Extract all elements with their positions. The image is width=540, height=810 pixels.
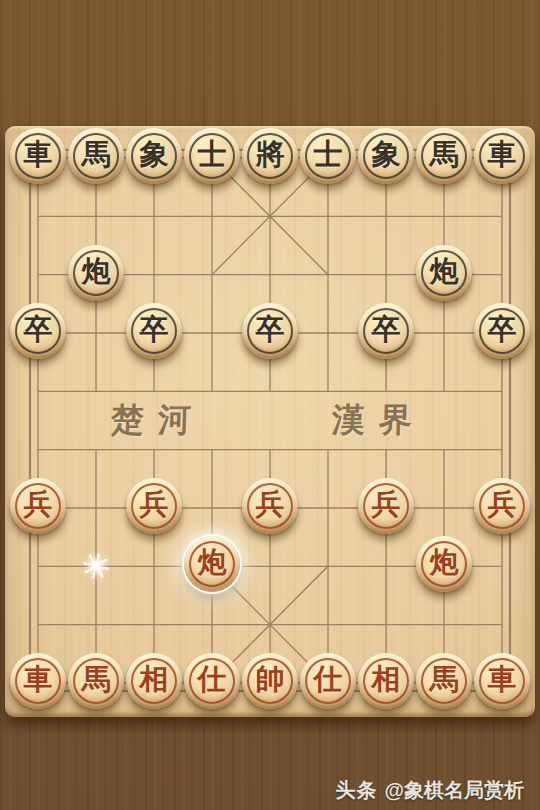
piece-glyph: 炮 xyxy=(416,245,472,299)
piece-glyph: 車 xyxy=(10,653,66,707)
piece-red-g1[interactable]: 相 xyxy=(358,653,414,709)
piece-red-i1[interactable]: 車 xyxy=(474,653,530,709)
piece-glyph: 兵 xyxy=(474,478,530,532)
board-grid xyxy=(5,126,535,717)
piece-glyph: 帥 xyxy=(242,653,298,707)
piece-glyph: 仕 xyxy=(300,653,356,707)
piece-glyph: 卒 xyxy=(358,303,414,357)
piece-black-b10[interactable]: 馬 xyxy=(68,128,124,184)
piece-black-g10[interactable]: 象 xyxy=(358,128,414,184)
piece-glyph: 馬 xyxy=(416,128,472,182)
piece-glyph: 兵 xyxy=(10,478,66,532)
piece-red-b1[interactable]: 馬 xyxy=(68,653,124,709)
piece-black-g7[interactable]: 卒 xyxy=(358,303,414,359)
piece-black-i7[interactable]: 卒 xyxy=(474,303,530,359)
piece-black-h10[interactable]: 馬 xyxy=(416,128,472,184)
piece-glyph: 車 xyxy=(474,653,530,707)
piece-glyph: 卒 xyxy=(10,303,66,357)
piece-red-e1[interactable]: 帥 xyxy=(242,653,298,709)
piece-red-i4[interactable]: 兵 xyxy=(474,478,530,534)
piece-red-d3[interactable]: 炮 xyxy=(184,536,240,592)
piece-black-h8[interactable]: 炮 xyxy=(416,245,472,301)
piece-red-d1[interactable]: 仕 xyxy=(184,653,240,709)
piece-red-h3[interactable]: 炮 xyxy=(416,536,472,592)
piece-red-h1[interactable]: 馬 xyxy=(416,653,472,709)
piece-red-a4[interactable]: 兵 xyxy=(10,478,66,534)
piece-glyph: 士 xyxy=(184,128,240,182)
piece-glyph: 卒 xyxy=(474,303,530,357)
piece-black-f10[interactable]: 士 xyxy=(300,128,356,184)
river-label-right: 漢界 xyxy=(331,398,453,442)
piece-red-f1[interactable]: 仕 xyxy=(300,653,356,709)
piece-glyph: 卒 xyxy=(242,303,298,357)
piece-red-a1[interactable]: 車 xyxy=(10,653,66,709)
piece-black-b8[interactable]: 炮 xyxy=(68,245,124,301)
piece-red-g4[interactable]: 兵 xyxy=(358,478,414,534)
piece-black-a10[interactable]: 車 xyxy=(10,128,66,184)
piece-glyph: 炮 xyxy=(416,536,472,590)
piece-glyph: 車 xyxy=(474,128,530,182)
app-background: 楚河 漢界 車馬象士將士象馬車炮炮卒卒卒卒卒兵兵兵兵兵炮炮車馬相仕帥仕相馬車 头… xyxy=(0,0,540,810)
piece-red-c4[interactable]: 兵 xyxy=(126,478,182,534)
watermark: 头条 @象棋名局赏析 xyxy=(335,777,524,803)
piece-black-c10[interactable]: 象 xyxy=(126,128,182,184)
watermark-handle: @象棋名局赏析 xyxy=(384,777,524,804)
piece-glyph: 士 xyxy=(300,128,356,182)
piece-black-e7[interactable]: 卒 xyxy=(242,303,298,359)
xiangqi-board[interactable]: 楚河 漢界 車馬象士將士象馬車炮炮卒卒卒卒卒兵兵兵兵兵炮炮車馬相仕帥仕相馬車 xyxy=(5,126,535,717)
piece-glyph: 象 xyxy=(126,128,182,182)
piece-glyph: 象 xyxy=(358,128,414,182)
piece-glyph: 兵 xyxy=(358,478,414,532)
piece-glyph: 相 xyxy=(126,653,182,707)
piece-glyph: 馬 xyxy=(68,128,124,182)
river-label-left: 楚河 xyxy=(110,398,232,442)
piece-glyph: 將 xyxy=(242,128,298,182)
piece-black-e10[interactable]: 將 xyxy=(242,128,298,184)
piece-red-e4[interactable]: 兵 xyxy=(242,478,298,534)
piece-glyph: 兵 xyxy=(126,478,182,532)
piece-red-c1[interactable]: 相 xyxy=(126,653,182,709)
piece-glyph: 炮 xyxy=(184,536,240,590)
piece-black-i10[interactable]: 車 xyxy=(474,128,530,184)
watermark-logo: 头条 xyxy=(335,777,377,804)
piece-glyph: 馬 xyxy=(68,653,124,707)
piece-glyph: 卒 xyxy=(126,303,182,357)
piece-glyph: 炮 xyxy=(68,245,124,299)
piece-black-d10[interactable]: 士 xyxy=(184,128,240,184)
piece-glyph: 車 xyxy=(10,128,66,182)
piece-glyph: 仕 xyxy=(184,653,240,707)
piece-glyph: 兵 xyxy=(242,478,298,532)
piece-glyph: 相 xyxy=(358,653,414,707)
piece-black-c7[interactable]: 卒 xyxy=(126,303,182,359)
piece-black-a7[interactable]: 卒 xyxy=(10,303,66,359)
piece-glyph: 馬 xyxy=(416,653,472,707)
